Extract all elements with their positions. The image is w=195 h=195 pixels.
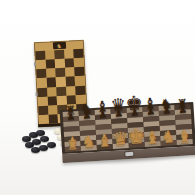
black-pawn[interactable]: ♟ — [162, 105, 172, 116]
black-checker-disc[interactable] — [40, 136, 49, 142]
board-square[interactable]: ♜ — [65, 146, 81, 152]
product-photo-scene: ♞ ♜♞♝♛♚♝♞♜♟♟♟♟♟♟♟♟♟♟♟♟♟♟♟♟♜♞♝♛♚♝♞♜ — [0, 0, 195, 195]
black-checker-disc[interactable] — [47, 142, 56, 148]
hinge-icon — [35, 92, 37, 96]
black-pawn[interactable]: ♟ — [82, 110, 92, 121]
board-square[interactable]: ♝ — [97, 144, 113, 150]
logo-knight-icon: ♞ — [56, 42, 62, 49]
board-square[interactable]: ♞ — [81, 145, 97, 151]
hinge-icon — [34, 62, 36, 66]
white-rook[interactable]: ♜ — [178, 131, 190, 145]
board-square[interactable]: ♞ — [161, 140, 177, 146]
white-bishop[interactable]: ♝ — [96, 132, 112, 150]
white-knight[interactable]: ♞ — [81, 134, 96, 151]
chess-board-box: ♜♞♝♛♚♝♞♜♟♟♟♟♟♟♟♟♟♟♟♟♟♟♟♟♜♞♝♛♚♝♞♜ — [60, 102, 195, 163]
board-square[interactable]: ♜ — [177, 139, 193, 145]
brand-logo: ♞ — [52, 42, 65, 50]
black-pawn[interactable]: ♟ — [66, 111, 76, 122]
latch — [125, 152, 133, 156]
black-pawn[interactable]: ♟ — [178, 104, 188, 115]
black-pawn[interactable]: ♟ — [146, 106, 156, 117]
board-square[interactable]: ♚ — [129, 142, 145, 148]
black-pawn[interactable]: ♟ — [114, 108, 124, 119]
white-knight[interactable]: ♞ — [161, 129, 176, 146]
white-rook[interactable]: ♜ — [66, 138, 78, 152]
black-pawn[interactable]: ♟ — [98, 109, 108, 120]
white-bishop[interactable]: ♝ — [144, 129, 160, 147]
black-pawn[interactable]: ♟ — [130, 107, 140, 118]
board-square[interactable]: ♝ — [145, 141, 161, 147]
